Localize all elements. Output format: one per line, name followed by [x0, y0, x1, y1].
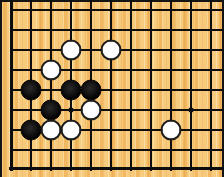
grid-line-horizontal	[10, 149, 224, 151]
go-board[interactable]	[0, 0, 224, 177]
grid-line-horizontal	[10, 9, 224, 11]
black-stone-D5[interactable]	[61, 80, 82, 101]
black-stone-E5[interactable]	[81, 80, 102, 101]
white-stone-C3[interactable]	[41, 120, 62, 141]
white-stone-C6[interactable]	[41, 60, 62, 81]
board-bottom-edge-line	[9, 167, 224, 170]
white-stone-J3[interactable]	[161, 120, 182, 141]
grid-line-vertical	[190, 0, 192, 171]
grid-line-vertical	[170, 0, 172, 171]
white-stone-D3[interactable]	[61, 120, 82, 141]
grid-line-vertical	[150, 0, 152, 171]
black-stone-B3[interactable]	[21, 120, 42, 141]
grid-line-vertical	[110, 0, 112, 171]
white-stone-F7[interactable]	[101, 40, 122, 61]
star-point-D4	[69, 108, 74, 113]
grid-line-horizontal	[10, 89, 224, 91]
white-stone-D7[interactable]	[61, 40, 82, 61]
grid-line-horizontal	[10, 29, 224, 31]
grid-line-vertical	[130, 0, 132, 171]
black-stone-B5[interactable]	[21, 80, 42, 101]
crop-border-left	[0, 0, 2, 177]
star-point-K4	[189, 108, 194, 113]
white-stone-E4[interactable]	[81, 100, 102, 121]
grid-line-vertical	[50, 0, 52, 171]
black-stone-C4[interactable]	[41, 100, 62, 121]
grid-line-vertical	[210, 0, 212, 171]
board-left-edge-line	[10, 0, 13, 171]
